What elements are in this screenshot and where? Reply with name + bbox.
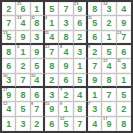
- cell-r2c6[interactable]: 6: [74, 16, 88, 30]
- cell-r7c8[interactable]: 7: [102, 88, 116, 102]
- cell-r8c7[interactable]: 73: [88, 102, 102, 116]
- cell-r5c9[interactable]: 113: [117, 59, 131, 73]
- cell-r8c9[interactable]: 2: [117, 102, 131, 116]
- cell-r3c2[interactable]: 9: [16, 31, 30, 45]
- cell-r7c3[interactable]: 6: [31, 88, 45, 102]
- cell-r2c7[interactable]: 115: [88, 16, 102, 30]
- cell-r9c4[interactable]: 6: [45, 117, 59, 131]
- solution-digit: 7: [63, 5, 68, 14]
- solution-digit: 1: [20, 48, 25, 57]
- cage-sum: 11: [117, 59, 121, 63]
- cell-r1c8[interactable]: 143: [102, 2, 116, 16]
- cell-r6c8[interactable]: 8: [102, 74, 116, 88]
- solution-digit: 1: [121, 76, 126, 85]
- solution-digit: 2: [49, 76, 54, 85]
- solution-digit: 3: [20, 120, 25, 129]
- cell-r9c8[interactable]: 179: [102, 117, 116, 131]
- solution-digit: 8: [34, 19, 39, 28]
- cell-r6c2[interactable]: 7: [16, 74, 30, 88]
- solution-digit: 8: [121, 120, 126, 129]
- solution-digit: 2: [106, 19, 111, 28]
- solution-digit: 5: [63, 120, 68, 129]
- cell-r3c5[interactable]: 8: [59, 31, 73, 45]
- cage-sum: 12: [60, 117, 64, 121]
- cell-r6c5[interactable]: 6: [59, 74, 73, 88]
- solution-digit: 6: [121, 48, 126, 57]
- solution-digit: 6: [20, 5, 25, 14]
- solution-digit: 3: [92, 105, 97, 114]
- cell-r9c7[interactable]: 4: [88, 117, 102, 131]
- cell-r8c8[interactable]: 6: [102, 102, 116, 116]
- cell-r6c9[interactable]: 1: [117, 74, 131, 88]
- cell-r9c6[interactable]: 7: [74, 117, 88, 131]
- cage-sum: 13: [117, 31, 121, 35]
- cell-r4c6[interactable]: 3: [74, 45, 88, 59]
- cell-r4c1[interactable]: 8: [2, 45, 16, 59]
- cage-sum: 3: [17, 45, 19, 49]
- cage-sum: 17: [103, 117, 107, 121]
- cage-sum: 15: [17, 2, 21, 6]
- solution-digit: 2: [20, 62, 25, 71]
- solution-digit: 3: [121, 62, 126, 71]
- cell-r7c6[interactable]: 4: [74, 88, 88, 102]
- solution-digit: 5: [77, 76, 82, 85]
- cell-r3c4[interactable]: 114: [45, 31, 59, 45]
- cage-sum: 13: [3, 31, 7, 35]
- cell-r5c3[interactable]: 5: [31, 59, 45, 73]
- cell-r3c1[interactable]: 135: [2, 31, 16, 45]
- solution-digit: 8: [63, 33, 68, 42]
- solution-digit: 2: [34, 120, 39, 129]
- solution-digit: 1: [34, 5, 39, 14]
- solution-digit: 8: [77, 105, 82, 114]
- cell-r4c3[interactable]: 9: [31, 45, 45, 59]
- solution-digit: 9: [92, 76, 97, 85]
- solution-digit: 4: [63, 48, 68, 57]
- cage-sum: 14: [103, 2, 107, 6]
- solution-digit: 5: [106, 48, 111, 57]
- solution-digit: 5: [121, 91, 126, 100]
- solution-digit: 7: [106, 91, 111, 100]
- cage-sum: 11: [45, 31, 49, 35]
- solution-digit: 6: [106, 105, 111, 114]
- cell-r4c2[interactable]: 31: [16, 45, 30, 59]
- solution-digit: 1: [49, 19, 54, 28]
- cell-r8c6[interactable]: 8: [74, 102, 88, 116]
- solution-digit: 7: [77, 120, 82, 129]
- solution-digit: 4: [49, 33, 54, 42]
- cell-r9c3[interactable]: 2: [31, 117, 45, 131]
- cell-r8c1[interactable]: 124: [2, 102, 16, 116]
- cell-r1c4[interactable]: 5: [45, 2, 59, 16]
- cage-sum: 10: [3, 74, 7, 78]
- cell-r6c3[interactable]: 104: [31, 74, 45, 88]
- cell-r9c1[interactable]: 1: [2, 117, 16, 131]
- cell-r7c5[interactable]: 72: [59, 88, 73, 102]
- cage-sum: 13: [17, 16, 21, 20]
- solution-digit: 6: [92, 33, 97, 42]
- solution-digit: 4: [92, 120, 97, 129]
- cage-sum: 8: [60, 45, 62, 49]
- solution-digit: 9: [121, 19, 126, 28]
- solution-digit: 9: [106, 120, 111, 129]
- cell-r5c1[interactable]: 6: [2, 59, 16, 73]
- cell-r3c8[interactable]: 1: [102, 31, 116, 45]
- cage-sum: 23: [74, 2, 78, 6]
- solution-digit: 1: [77, 62, 82, 71]
- cage-sum: 9: [31, 102, 33, 106]
- cell-r1c1[interactable]: 2: [2, 2, 16, 16]
- cell-r2c2[interactable]: 134: [16, 16, 30, 30]
- solution-digit: 4: [77, 91, 82, 100]
- cell-r7c7[interactable]: 1: [88, 88, 102, 102]
- solution-digit: 9: [6, 91, 11, 100]
- cell-r8c5[interactable]: 91: [59, 102, 73, 116]
- solution-digit: 8: [92, 5, 97, 14]
- solution-digit: 1: [6, 120, 11, 129]
- cell-r2c1[interactable]: 7: [2, 16, 16, 30]
- solution-digit: 9: [77, 5, 82, 14]
- solution-digit: 8: [20, 91, 25, 100]
- solution-digit: 1: [63, 105, 68, 114]
- cell-r2c5[interactable]: 3: [59, 16, 73, 30]
- cage-sum: 4: [45, 16, 47, 20]
- cell-r6c7[interactable]: 9: [88, 74, 102, 88]
- cell-r3c3[interactable]: 3: [31, 31, 45, 45]
- solution-digit: 8: [106, 76, 111, 85]
- solution-digit: 9: [49, 105, 54, 114]
- solution-digit: 6: [77, 19, 82, 28]
- solution-digit: 6: [49, 120, 54, 129]
- cage-sum: 9: [88, 45, 90, 49]
- solution-digit: 6: [6, 62, 11, 71]
- solution-digit: 3: [63, 19, 68, 28]
- solution-digit: 9: [34, 48, 39, 57]
- cell-r3c6[interactable]: 2: [74, 31, 88, 45]
- cell-r6c6[interactable]: 5: [74, 74, 88, 88]
- solution-digit: 9: [63, 62, 68, 71]
- solution-digit: 3: [77, 48, 82, 57]
- solution-digit: 2: [92, 48, 97, 57]
- cell-r8c2[interactable]: 5: [16, 102, 30, 116]
- solution-digit: 8: [49, 62, 54, 71]
- solution-digit: 5: [92, 19, 97, 28]
- cell-r4c4[interactable]: 127: [45, 45, 59, 59]
- solution-digit: 7: [92, 62, 97, 71]
- cell-r9c5[interactable]: 125: [59, 117, 73, 131]
- cell-r9c9[interactable]: 8: [117, 117, 131, 131]
- cell-r1c2[interactable]: 156: [16, 2, 30, 16]
- cell-r2c8[interactable]: 2: [102, 16, 116, 30]
- solution-digit: 7: [49, 48, 54, 57]
- cell-r9c2[interactable]: 3: [16, 117, 30, 131]
- solution-digit: 1: [92, 91, 97, 100]
- solution-digit: 2: [121, 105, 126, 114]
- solution-digit: 4: [106, 62, 111, 71]
- cell-r1c6[interactable]: 239: [74, 2, 88, 16]
- solution-digit: 3: [34, 33, 39, 42]
- cell-r7c1[interactable]: 179: [2, 88, 16, 102]
- cage-sum: 9: [60, 102, 62, 106]
- cell-r5c6[interactable]: 1: [74, 59, 88, 73]
- cell-r4c7[interactable]: 92: [88, 45, 102, 59]
- cell-r2c3[interactable]: 118: [31, 16, 45, 30]
- cell-r3c7[interactable]: 6: [88, 31, 102, 45]
- solution-digit: 7: [6, 19, 11, 28]
- solution-digit: 8: [6, 48, 11, 57]
- cage-sum: 11: [31, 16, 35, 20]
- solution-digit: 2: [77, 33, 82, 42]
- solution-digit: 2: [63, 91, 68, 100]
- solution-digit: 3: [49, 91, 54, 100]
- cell-r4c9[interactable]: 6: [117, 45, 131, 59]
- solution-digit: 9: [20, 33, 25, 42]
- cell-r2c9[interactable]: 9: [117, 16, 131, 30]
- cell-r8c4[interactable]: 159: [45, 102, 59, 116]
- cage-sum: 10: [31, 74, 35, 78]
- cell-r6c1[interactable]: 103: [2, 74, 16, 88]
- solution-digit: 7: [121, 33, 126, 42]
- cell-r4c8[interactable]: 5: [102, 45, 116, 59]
- cell-r5c4[interactable]: 8: [45, 59, 59, 73]
- cell-r1c3[interactable]: 1: [31, 2, 45, 16]
- cell-r4c5[interactable]: 84: [59, 45, 73, 59]
- solution-digit: 7: [34, 105, 39, 114]
- cell-r1c5[interactable]: 7: [59, 2, 73, 16]
- cage-sum: 15: [45, 102, 49, 106]
- cage-sum: 12: [3, 102, 7, 106]
- cage-sum: 12: [103, 59, 107, 63]
- solution-digit: 4: [6, 105, 11, 114]
- cell-r1c9[interactable]: 4: [117, 2, 131, 16]
- cell-r7c4[interactable]: 3: [45, 88, 59, 102]
- cell-r8c3[interactable]: 97: [31, 102, 45, 116]
- cell-r7c2[interactable]: 8: [16, 88, 30, 102]
- cage-sum: 7: [88, 102, 90, 106]
- cell-r5c8[interactable]: 124: [102, 59, 116, 73]
- solution-digit: 1: [106, 33, 111, 42]
- cell-r6c4[interactable]: 2: [45, 74, 59, 88]
- solution-digit: 5: [20, 105, 25, 114]
- cell-r7c9[interactable]: 5: [117, 88, 131, 102]
- cell-r5c5[interactable]: 9: [59, 59, 73, 73]
- sudoku-board: 2156157239814347134118413611529135931148…: [0, 0, 133, 133]
- solution-digit: 4: [121, 5, 126, 14]
- cell-r1c7[interactable]: 8: [88, 2, 102, 16]
- solution-digit: 6: [34, 91, 39, 100]
- cage-sum: 12: [45, 45, 49, 49]
- cage-sum: 17: [3, 88, 7, 92]
- solution-digit: 4: [20, 19, 25, 28]
- solution-digit: 5: [49, 5, 54, 14]
- solution-digit: 7: [20, 76, 25, 85]
- solution-digit: 2: [6, 5, 11, 14]
- cell-r5c7[interactable]: 7: [88, 59, 102, 73]
- solution-digit: 5: [34, 62, 39, 71]
- cell-r3c9[interactable]: 137: [117, 31, 131, 45]
- cage-sum: 7: [60, 88, 62, 92]
- cell-r2c4[interactable]: 41: [45, 16, 59, 30]
- cell-r5c2[interactable]: 2: [16, 59, 30, 73]
- cage-sum: 11: [88, 16, 92, 20]
- solution-digit: 3: [106, 5, 111, 14]
- solution-digit: 6: [63, 76, 68, 85]
